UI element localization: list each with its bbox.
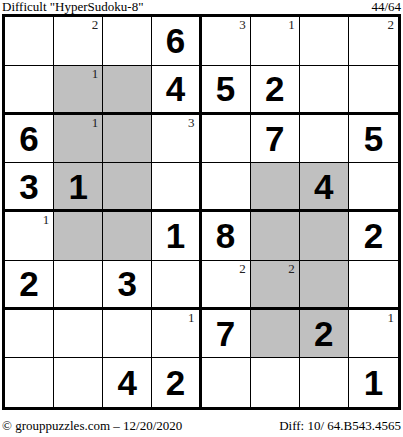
pencil-mark: 1 bbox=[92, 67, 99, 80]
cell-r3c8[interactable]: 5 bbox=[349, 115, 398, 164]
pencil-mark: 2 bbox=[239, 262, 246, 275]
cell-r6c7[interactable] bbox=[300, 261, 349, 310]
cell-r3c4[interactable]: 3 bbox=[152, 115, 201, 164]
cell-r2c6[interactable]: 2 bbox=[251, 66, 300, 115]
cell-r4c3[interactable] bbox=[103, 163, 152, 212]
cell-r5c3[interactable] bbox=[103, 212, 152, 261]
cell-r4c4[interactable] bbox=[152, 163, 201, 212]
cell-r4c7[interactable]: 4 bbox=[300, 163, 349, 212]
cell-r2c8[interactable] bbox=[349, 66, 398, 115]
cell-r2c4[interactable]: 4 bbox=[152, 66, 201, 115]
pencil-mark: 1 bbox=[288, 18, 295, 31]
sudoku-grid: 26312145261375314118223221721421 bbox=[2, 14, 401, 410]
pencil-mark: 1 bbox=[92, 116, 99, 129]
given-digit: 1 bbox=[364, 365, 383, 400]
cell-r8c1[interactable] bbox=[5, 358, 54, 407]
cell-r4c1[interactable]: 3 bbox=[5, 163, 54, 212]
pencil-mark: 1 bbox=[43, 213, 50, 226]
cell-r1c1[interactable] bbox=[5, 17, 54, 66]
cell-r7c7[interactable]: 2 bbox=[300, 310, 349, 359]
puzzle-title: Difficult "HyperSudoku-8" bbox=[2, 0, 143, 13]
given-digit: 2 bbox=[19, 266, 38, 301]
header: Difficult "HyperSudoku-8" 44/64 bbox=[2, 0, 401, 14]
cell-r7c8[interactable]: 1 bbox=[349, 310, 398, 359]
cell-r1c2[interactable]: 2 bbox=[54, 17, 103, 66]
cell-r7c1[interactable] bbox=[5, 310, 54, 359]
cell-r4c2[interactable]: 1 bbox=[54, 163, 103, 212]
cell-r6c2[interactable] bbox=[54, 261, 103, 310]
given-digit: 1 bbox=[166, 218, 185, 253]
cell-r2c2[interactable]: 1 bbox=[54, 66, 103, 115]
cell-r8c6[interactable] bbox=[251, 358, 300, 407]
given-digit: 3 bbox=[19, 169, 38, 204]
cell-r1c8[interactable]: 2 bbox=[349, 17, 398, 66]
cell-r3c3[interactable] bbox=[103, 115, 152, 164]
given-digit: 4 bbox=[118, 365, 137, 400]
cell-r8c2[interactable] bbox=[54, 358, 103, 407]
cell-r3c7[interactable] bbox=[300, 115, 349, 164]
cell-r3c6[interactable]: 7 bbox=[251, 115, 300, 164]
cell-r8c3[interactable]: 4 bbox=[103, 358, 152, 407]
pencil-mark: 2 bbox=[92, 18, 99, 31]
pencil-mark: 1 bbox=[388, 311, 395, 324]
cell-r3c5[interactable] bbox=[202, 115, 251, 164]
cell-r6c6[interactable]: 2 bbox=[251, 261, 300, 310]
given-digit: 2 bbox=[265, 71, 284, 106]
cell-r8c8[interactable]: 1 bbox=[349, 358, 398, 407]
cell-r4c5[interactable] bbox=[202, 163, 251, 212]
cell-r1c7[interactable] bbox=[300, 17, 349, 66]
cell-r7c5[interactable]: 7 bbox=[202, 310, 251, 359]
cell-r7c4[interactable]: 1 bbox=[152, 310, 201, 359]
cell-r2c1[interactable] bbox=[5, 66, 54, 115]
cell-r5c8[interactable]: 2 bbox=[349, 212, 398, 261]
pencil-mark: 1 bbox=[188, 311, 195, 324]
pencil-mark: 3 bbox=[188, 116, 195, 129]
given-digit: 2 bbox=[314, 316, 333, 351]
given-digit: 6 bbox=[166, 23, 185, 58]
cell-r6c3[interactable]: 3 bbox=[103, 261, 152, 310]
cell-r8c5[interactable] bbox=[202, 358, 251, 407]
given-digit: 7 bbox=[216, 316, 235, 351]
given-digit: 6 bbox=[19, 121, 38, 156]
cell-r5c6[interactable] bbox=[251, 212, 300, 261]
cell-r5c1[interactable]: 1 bbox=[5, 212, 54, 261]
cell-r1c6[interactable]: 1 bbox=[251, 17, 300, 66]
cell-r7c3[interactable] bbox=[103, 310, 152, 359]
empty-cell-counter: 44/64 bbox=[371, 0, 401, 13]
pencil-mark: 2 bbox=[288, 262, 295, 275]
cell-r8c4[interactable]: 2 bbox=[152, 358, 201, 407]
puzzle-page: Difficult "HyperSudoku-8" 44/64 26312145… bbox=[0, 0, 403, 437]
difficulty-code: Diff: 10/ 64.B543.4565 bbox=[279, 419, 401, 433]
cell-r1c4[interactable]: 6 bbox=[152, 17, 201, 66]
cell-r3c2[interactable]: 1 bbox=[54, 115, 103, 164]
cell-r2c3[interactable] bbox=[103, 66, 152, 115]
cell-r4c6[interactable] bbox=[251, 163, 300, 212]
cell-r2c7[interactable] bbox=[300, 66, 349, 115]
cell-r5c2[interactable] bbox=[54, 212, 103, 261]
cell-r6c1[interactable]: 2 bbox=[5, 261, 54, 310]
cell-r1c3[interactable] bbox=[103, 17, 152, 66]
given-digit: 4 bbox=[166, 71, 185, 106]
cell-r3c1[interactable]: 6 bbox=[5, 115, 54, 164]
given-digit: 2 bbox=[364, 218, 383, 253]
cell-r2c5[interactable]: 5 bbox=[202, 66, 251, 115]
given-digit: 5 bbox=[364, 121, 383, 156]
cell-r5c7[interactable] bbox=[300, 212, 349, 261]
cell-r6c4[interactable] bbox=[152, 261, 201, 310]
given-digit: 5 bbox=[216, 71, 235, 106]
given-digit: 1 bbox=[68, 169, 87, 204]
cell-r4c8[interactable] bbox=[349, 163, 398, 212]
cell-r8c7[interactable] bbox=[300, 358, 349, 407]
footer: © grouppuzzles.com – 12/20/2020 Diff: 10… bbox=[2, 417, 401, 433]
cell-r6c5[interactable]: 2 bbox=[202, 261, 251, 310]
given-digit: 7 bbox=[265, 121, 284, 156]
cell-r5c4[interactable]: 1 bbox=[152, 212, 201, 261]
cell-r7c2[interactable] bbox=[54, 310, 103, 359]
cell-r1c5[interactable]: 3 bbox=[202, 17, 251, 66]
given-digit: 4 bbox=[314, 169, 333, 204]
cell-r5c5[interactable]: 8 bbox=[202, 212, 251, 261]
cell-r6c8[interactable] bbox=[349, 261, 398, 310]
pencil-mark: 3 bbox=[239, 18, 246, 31]
cell-r7c6[interactable] bbox=[251, 310, 300, 359]
pencil-mark: 2 bbox=[388, 18, 395, 31]
given-digit: 8 bbox=[216, 218, 235, 253]
given-digit: 2 bbox=[166, 365, 185, 400]
given-digit: 3 bbox=[118, 266, 137, 301]
copyright-text: © grouppuzzles.com – 12/20/2020 bbox=[2, 419, 182, 433]
